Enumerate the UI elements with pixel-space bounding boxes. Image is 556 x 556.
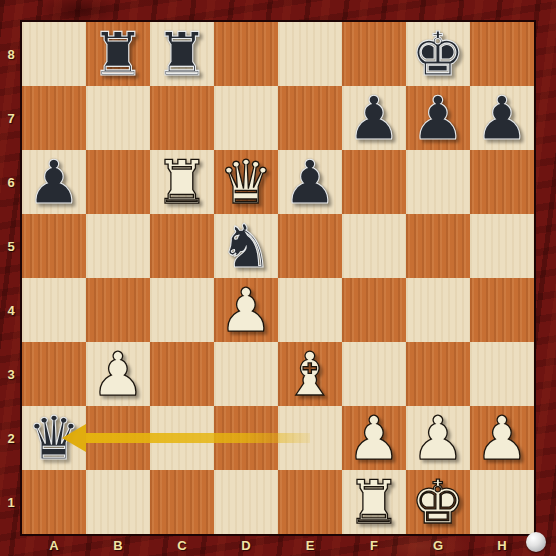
- square-h6[interactable]: [470, 150, 534, 214]
- file-labels: A B C D E F G H: [22, 534, 534, 556]
- rank-labels: 8 7 6 5 4 3 2 1: [0, 22, 22, 534]
- square-e7[interactable]: [278, 86, 342, 150]
- square-a5[interactable]: [22, 214, 86, 278]
- square-d5[interactable]: ♞: [214, 214, 278, 278]
- square-f2[interactable]: ♟: [342, 406, 406, 470]
- piece-white-pawn[interactable]: ♟: [342, 406, 406, 470]
- square-c2[interactable]: [150, 406, 214, 470]
- turn-indicator-ball: [526, 532, 546, 552]
- square-e8[interactable]: [278, 22, 342, 86]
- square-e3[interactable]: ♝: [278, 342, 342, 406]
- square-g7[interactable]: ♟: [406, 86, 470, 150]
- square-g8[interactable]: ♚: [406, 22, 470, 86]
- square-e5[interactable]: [278, 214, 342, 278]
- chess-board: ♜♜♚♟♟♟♟♜♛♟♞♟♟♝♛♟♟♟♜♚: [22, 22, 534, 534]
- file-label-f: F: [342, 534, 406, 556]
- square-h8[interactable]: [470, 22, 534, 86]
- piece-black-pawn[interactable]: ♟: [22, 150, 86, 214]
- rank-label-3: 3: [0, 342, 22, 406]
- file-label-d: D: [214, 534, 278, 556]
- piece-black-rook[interactable]: ♜: [150, 22, 214, 86]
- piece-black-pawn[interactable]: ♟: [470, 86, 534, 150]
- square-c8[interactable]: ♜: [150, 22, 214, 86]
- piece-white-pawn[interactable]: ♟: [470, 406, 534, 470]
- square-c7[interactable]: [150, 86, 214, 150]
- square-f8[interactable]: [342, 22, 406, 86]
- square-f3[interactable]: [342, 342, 406, 406]
- square-d8[interactable]: [214, 22, 278, 86]
- square-e4[interactable]: [278, 278, 342, 342]
- file-label-b: B: [86, 534, 150, 556]
- square-b6[interactable]: [86, 150, 150, 214]
- square-a8[interactable]: [22, 22, 86, 86]
- square-f5[interactable]: [342, 214, 406, 278]
- square-f4[interactable]: [342, 278, 406, 342]
- square-g2[interactable]: ♟: [406, 406, 470, 470]
- square-d3[interactable]: [214, 342, 278, 406]
- square-g6[interactable]: [406, 150, 470, 214]
- square-g5[interactable]: [406, 214, 470, 278]
- rank-label-1: 1: [0, 470, 22, 534]
- square-a7[interactable]: [22, 86, 86, 150]
- square-d7[interactable]: [214, 86, 278, 150]
- square-a1[interactable]: [22, 470, 86, 534]
- file-label-a: A: [22, 534, 86, 556]
- piece-black-queen[interactable]: ♛: [22, 406, 86, 470]
- chess-board-frame: ♜♜♚♟♟♟♟♜♛♟♞♟♟♝♛♟♟♟♜♚ 8 7 6 5 4 3 2 1 A B…: [0, 0, 556, 556]
- square-g4[interactable]: [406, 278, 470, 342]
- square-b3[interactable]: ♟: [86, 342, 150, 406]
- piece-white-rook[interactable]: ♜: [342, 470, 406, 534]
- piece-black-pawn[interactable]: ♟: [406, 86, 470, 150]
- square-c5[interactable]: [150, 214, 214, 278]
- square-d6[interactable]: ♛: [214, 150, 278, 214]
- square-e1[interactable]: [278, 470, 342, 534]
- square-a6[interactable]: ♟: [22, 150, 86, 214]
- square-c1[interactable]: [150, 470, 214, 534]
- square-f7[interactable]: ♟: [342, 86, 406, 150]
- square-b8[interactable]: ♜: [86, 22, 150, 86]
- square-b5[interactable]: [86, 214, 150, 278]
- square-a2[interactable]: ♛: [22, 406, 86, 470]
- square-b1[interactable]: [86, 470, 150, 534]
- square-b4[interactable]: [86, 278, 150, 342]
- square-b7[interactable]: [86, 86, 150, 150]
- file-label-h: H: [470, 534, 534, 556]
- rank-label-8: 8: [0, 22, 22, 86]
- square-d4[interactable]: ♟: [214, 278, 278, 342]
- piece-white-rook[interactable]: ♜: [150, 150, 214, 214]
- square-c4[interactable]: [150, 278, 214, 342]
- square-c6[interactable]: ♜: [150, 150, 214, 214]
- file-label-g: G: [406, 534, 470, 556]
- piece-black-pawn[interactable]: ♟: [342, 86, 406, 150]
- piece-white-pawn[interactable]: ♟: [406, 406, 470, 470]
- piece-white-king[interactable]: ♚: [406, 470, 470, 534]
- square-b2[interactable]: [86, 406, 150, 470]
- piece-white-bishop[interactable]: ♝: [278, 342, 342, 406]
- piece-black-rook[interactable]: ♜: [86, 22, 150, 86]
- rank-label-7: 7: [0, 86, 22, 150]
- piece-white-pawn[interactable]: ♟: [86, 342, 150, 406]
- square-h2[interactable]: ♟: [470, 406, 534, 470]
- piece-black-knight[interactable]: ♞: [214, 214, 278, 278]
- square-e2[interactable]: [278, 406, 342, 470]
- square-d1[interactable]: [214, 470, 278, 534]
- file-label-c: C: [150, 534, 214, 556]
- square-e6[interactable]: ♟: [278, 150, 342, 214]
- piece-white-pawn[interactable]: ♟: [214, 278, 278, 342]
- square-g1[interactable]: ♚: [406, 470, 470, 534]
- file-label-e: E: [278, 534, 342, 556]
- square-a3[interactable]: [22, 342, 86, 406]
- square-h5[interactable]: [470, 214, 534, 278]
- square-h4[interactable]: [470, 278, 534, 342]
- rank-label-6: 6: [0, 150, 22, 214]
- square-f6[interactable]: [342, 150, 406, 214]
- rank-label-4: 4: [0, 278, 22, 342]
- piece-black-king[interactable]: ♚: [406, 22, 470, 86]
- square-h7[interactable]: ♟: [470, 86, 534, 150]
- piece-black-pawn[interactable]: ♟: [278, 150, 342, 214]
- square-g3[interactable]: [406, 342, 470, 406]
- rank-label-5: 5: [0, 214, 22, 278]
- square-c3[interactable]: [150, 342, 214, 406]
- square-d2[interactable]: [214, 406, 278, 470]
- rank-label-2: 2: [0, 406, 22, 470]
- square-h3[interactable]: [470, 342, 534, 406]
- square-a4[interactable]: [22, 278, 86, 342]
- piece-white-queen[interactable]: ♛: [214, 150, 278, 214]
- square-h1[interactable]: [470, 470, 534, 534]
- square-f1[interactable]: ♜: [342, 470, 406, 534]
